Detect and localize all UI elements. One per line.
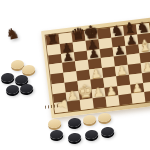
black-checker-disc bbox=[67, 117, 81, 128]
board-square bbox=[93, 97, 107, 108]
board-square bbox=[80, 99, 94, 110]
off-board-dark-knight-piece: ♞ bbox=[5, 26, 21, 43]
cream-checker-disc bbox=[47, 118, 61, 129]
black-checker-disc bbox=[5, 84, 19, 95]
board-square bbox=[106, 95, 120, 106]
black-checker-disc bbox=[14, 74, 28, 85]
chess-set-photo: ♜♛♚♞♝♞♟♟♟♟♟♟♝♟♟♟♟♚♟♟♟ ♞ ♟ bbox=[0, 0, 150, 150]
cream-checker-disc bbox=[97, 112, 111, 123]
board-square bbox=[144, 91, 150, 102]
black-checker-disc bbox=[84, 129, 98, 140]
black-checker-disc bbox=[0, 72, 14, 83]
black-checker-disc bbox=[100, 126, 114, 137]
board-square bbox=[131, 92, 145, 103]
board-square bbox=[118, 94, 132, 105]
cream-checker-disc bbox=[82, 114, 96, 125]
black-checker-disc bbox=[49, 129, 63, 140]
black-checker-disc bbox=[67, 132, 81, 143]
black-checker-disc bbox=[19, 83, 33, 94]
board-square bbox=[143, 81, 150, 92]
